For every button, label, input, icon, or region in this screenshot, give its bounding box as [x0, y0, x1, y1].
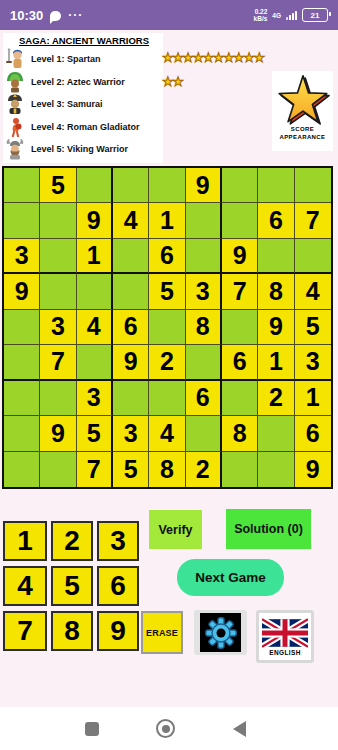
sudoku-cell-r7c7[interactable]: [222, 381, 258, 416]
level-label: Level 2: Aztec Warrior: [31, 77, 125, 87]
sudoku-cell-r9c7[interactable]: [222, 452, 258, 487]
score-star-icon: [275, 73, 331, 125]
level-label: Level 1: Spartan: [31, 54, 101, 64]
sudoku-cell-r1c1[interactable]: [4, 168, 40, 203]
sudoku-cell-r9c4[interactable]: 5: [113, 452, 149, 487]
sudoku-cell-r8c4[interactable]: 3: [113, 416, 149, 451]
sudoku-cell-r6c9[interactable]: 3: [295, 345, 331, 380]
sudoku-cell-r1c6[interactable]: 9: [186, 168, 222, 203]
sudoku-cell-r8c5[interactable]: 4: [149, 416, 185, 451]
level-2-stars: ★★: [162, 74, 182, 89]
sudoku-cell-r6c7[interactable]: 6: [222, 345, 258, 380]
levels-panel: SAGA: ANCIENT WARRIORS Level 1: Spartan: [3, 33, 163, 163]
next-game-button[interactable]: Next Game: [177, 559, 284, 596]
numpad: 123456789: [3, 521, 139, 651]
sudoku-cell-r9c1[interactable]: [4, 452, 40, 487]
sudoku-cell-r9c9[interactable]: 9: [295, 452, 331, 487]
sudoku-cell-r6c5[interactable]: 2: [149, 345, 185, 380]
level-label: Level 3: Samurai: [31, 99, 103, 109]
sudoku-cell-r2c1[interactable]: [4, 203, 40, 238]
sudoku-cell-r3c6[interactable]: [186, 239, 222, 274]
sudoku-cell-r3c9[interactable]: [295, 239, 331, 274]
sudoku-cell-r8c7[interactable]: 8: [222, 416, 258, 451]
sudoku-cell-r8c2[interactable]: 9: [40, 416, 76, 451]
level-label: Level 5: Viking Warrior: [31, 144, 128, 154]
sudoku-cell-r5c8[interactable]: 9: [258, 310, 294, 345]
sudoku-cell-r6c8[interactable]: 1: [258, 345, 294, 380]
sudoku-cell-r9c6[interactable]: 2: [186, 452, 222, 487]
sudoku-cell-r4c5[interactable]: 5: [149, 274, 185, 309]
level-item-aztec-warrior[interactable]: Level 2: Aztec Warrior: [5, 71, 163, 94]
sudoku-cell-r5c9[interactable]: 5: [295, 310, 331, 345]
sudoku-cell-r4c2[interactable]: [40, 274, 76, 309]
network-type-label: 4G: [272, 12, 281, 19]
sudoku-cell-r3c8[interactable]: [258, 239, 294, 274]
sudoku-cell-r1c8[interactable]: [258, 168, 294, 203]
sudoku-cell-r4c8[interactable]: 8: [258, 274, 294, 309]
sudoku-cell-r2c3[interactable]: 9: [77, 203, 113, 238]
app-screen: 10:30 ··· 0.22 kB/s 4G 21 SAGA: ANCIENT …: [0, 0, 338, 750]
sudoku-cell-r9c8[interactable]: [258, 452, 294, 487]
clock: 10:30: [10, 8, 43, 23]
score-card-line1: SCORE: [291, 125, 314, 133]
roman-gladiator-icon: [5, 116, 25, 138]
sudoku-cell-r5c7[interactable]: [222, 310, 258, 345]
sudoku-cell-r4c3[interactable]: [77, 274, 113, 309]
more-notifications-icon: ···: [68, 8, 83, 22]
chat-bubble-icon: [50, 11, 61, 21]
sudoku-cell-r3c3[interactable]: 1: [77, 239, 113, 274]
sudoku-cell-r7c1[interactable]: [4, 381, 40, 416]
signal-bars-icon: [286, 11, 297, 20]
sudoku-cell-r2c7[interactable]: [222, 203, 258, 238]
settings-button[interactable]: [194, 610, 247, 655]
level-item-viking-warrior[interactable]: Level 5: Viking Warrior: [5, 138, 163, 161]
sudoku-cell-r4c6[interactable]: 3: [186, 274, 222, 309]
aztec-warrior-icon: [5, 71, 25, 93]
level-1-stars: ★★★★★★★★★★: [162, 50, 264, 65]
sudoku-cell-r5c6[interactable]: 8: [186, 310, 222, 345]
sudoku-cell-r8c6[interactable]: [186, 416, 222, 451]
sudoku-cell-r4c4[interactable]: [113, 274, 149, 309]
sudoku-cell-r1c5[interactable]: [149, 168, 185, 203]
android-nav-bar: [0, 707, 338, 750]
sudoku-cell-r3c1[interactable]: 3: [4, 239, 40, 274]
solution-button[interactable]: Solution (0): [226, 509, 311, 549]
numpad-key-4[interactable]: 4: [3, 566, 47, 606]
sudoku-cell-r6c3[interactable]: [77, 345, 113, 380]
erase-button[interactable]: ERASE: [141, 611, 183, 654]
saga-title: SAGA: ANCIENT WARRIORS: [5, 35, 163, 46]
numpad-key-8[interactable]: 8: [51, 611, 93, 651]
back-icon[interactable]: [233, 721, 246, 737]
home-icon[interactable]: [156, 719, 175, 738]
numpad-key-5[interactable]: 5: [51, 566, 93, 606]
numpad-key-2[interactable]: 2: [51, 521, 93, 561]
uk-flag-icon: [262, 618, 308, 648]
level-item-roman-gladiator[interactable]: Level 4: Roman Gladiator: [5, 116, 163, 139]
language-label: ENGLISH: [269, 649, 301, 656]
battery-percent: 21: [311, 11, 320, 20]
sudoku-cell-r5c5[interactable]: [149, 310, 185, 345]
sudoku-cell-r7c2[interactable]: [40, 381, 76, 416]
sudoku-cell-r5c2[interactable]: 3: [40, 310, 76, 345]
sudoku-cell-r7c9[interactable]: 1: [295, 381, 331, 416]
sudoku-cell-r5c3[interactable]: 4: [77, 310, 113, 345]
data-rate-value: 0.22: [255, 8, 268, 15]
sudoku-cell-r9c2[interactable]: [40, 452, 76, 487]
sudoku-cell-r8c9[interactable]: 6: [295, 416, 331, 451]
sudoku-cell-r2c9[interactable]: 7: [295, 203, 331, 238]
sudoku-cell-r1c3[interactable]: [77, 168, 113, 203]
sudoku-cell-r6c4[interactable]: 9: [113, 345, 149, 380]
sudoku-cell-r2c5[interactable]: 1: [149, 203, 185, 238]
sudoku-cell-r8c8[interactable]: [258, 416, 294, 451]
sudoku-cell-r2c2[interactable]: [40, 203, 76, 238]
sudoku-cell-r3c4[interactable]: [113, 239, 149, 274]
sudoku-cell-r7c8[interactable]: 2: [258, 381, 294, 416]
spartan-icon: [5, 48, 25, 70]
sudoku-cell-r1c7[interactable]: [222, 168, 258, 203]
language-button[interactable]: ENGLISH: [256, 610, 314, 663]
numpad-key-7[interactable]: 7: [3, 611, 47, 651]
sudoku-cell-r7c5[interactable]: [149, 381, 185, 416]
sudoku-cell-r6c2[interactable]: 7: [40, 345, 76, 380]
sudoku-cell-r2c4[interactable]: 4: [113, 203, 149, 238]
level-item-spartan[interactable]: Level 1: Spartan: [5, 48, 163, 71]
sudoku-cell-r1c4[interactable]: [113, 168, 149, 203]
sudoku-cell-r3c7[interactable]: 9: [222, 239, 258, 274]
sudoku-cell-r1c9[interactable]: [295, 168, 331, 203]
samurai-icon: [5, 93, 25, 115]
numpad-key-9[interactable]: 9: [97, 611, 139, 651]
battery-icon: 21: [302, 8, 328, 22]
sudoku-cell-r8c3[interactable]: 5: [77, 416, 113, 451]
level-item-samurai[interactable]: Level 3: Samurai: [5, 93, 163, 116]
sudoku-grid: 5994167316995378434689579261336219534867…: [2, 166, 333, 489]
sudoku-cell-r5c1[interactable]: [4, 310, 40, 345]
data-rate: 0.22 kB/s: [254, 8, 268, 22]
viking-warrior-icon: [5, 138, 25, 160]
sudoku-cell-r2c8[interactable]: 6: [258, 203, 294, 238]
numpad-key-3[interactable]: 3: [97, 521, 139, 561]
sudoku-cell-r1c2[interactable]: 5: [40, 168, 76, 203]
score-appearance-button[interactable]: SCORE APPEARANCE: [272, 71, 333, 151]
numpad-key-1[interactable]: 1: [3, 521, 47, 561]
sudoku-cell-r6c6[interactable]: [186, 345, 222, 380]
gear-icon: [200, 613, 241, 652]
verify-button[interactable]: Verify: [149, 510, 202, 549]
sudoku-cell-r9c5[interactable]: 8: [149, 452, 185, 487]
score-card-line2: APPEARANCE: [279, 133, 325, 141]
sudoku-cell-r7c6[interactable]: 6: [186, 381, 222, 416]
network-indicator: 4G: [272, 12, 281, 19]
level-label: Level 4: Roman Gladiator: [31, 122, 140, 132]
sudoku-cell-r7c4[interactable]: [113, 381, 149, 416]
sudoku-cell-r7c3[interactable]: 3: [77, 381, 113, 416]
numpad-key-6[interactable]: 6: [97, 566, 139, 606]
status-bar: 10:30 ··· 0.22 kB/s 4G 21: [0, 0, 338, 30]
sudoku-cell-r4c9[interactable]: 4: [295, 274, 331, 309]
sudoku-cell-r4c7[interactable]: 7: [222, 274, 258, 309]
sudoku-cell-r9c3[interactable]: 7: [77, 452, 113, 487]
recents-icon[interactable]: [85, 722, 99, 736]
sudoku-cell-r3c5[interactable]: 6: [149, 239, 185, 274]
sudoku-cell-r3c2[interactable]: [40, 239, 76, 274]
sudoku-cell-r5c4[interactable]: 6: [113, 310, 149, 345]
sudoku-cell-r2c6[interactable]: [186, 203, 222, 238]
data-rate-unit: kB/s: [254, 15, 268, 22]
sudoku-cell-r6c1[interactable]: [4, 345, 40, 380]
sudoku-cell-r8c1[interactable]: [4, 416, 40, 451]
sudoku-cell-r4c1[interactable]: 9: [4, 274, 40, 309]
